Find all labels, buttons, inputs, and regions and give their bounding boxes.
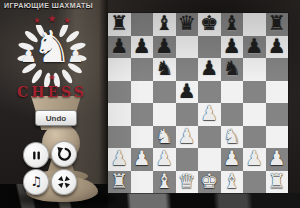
square-c4[interactable] xyxy=(153,103,176,126)
square-f5[interactable] xyxy=(221,81,244,104)
square-a1[interactable]: ♜ xyxy=(108,171,131,194)
piece-white-bishop[interactable]: ♝ xyxy=(223,171,241,191)
square-c7[interactable]: ♟ xyxy=(153,36,176,59)
square-e7[interactable] xyxy=(198,36,221,59)
piece-white-pawn[interactable]: ♟ xyxy=(200,103,218,123)
square-g6[interactable] xyxy=(243,58,266,81)
logo-brand-text: CHESS xyxy=(4,84,100,100)
piece-white-rook[interactable]: ♜ xyxy=(110,171,128,191)
fullscreen-button[interactable] xyxy=(51,169,77,195)
square-g2[interactable]: ♟ xyxy=(243,148,266,171)
piece-black-queen[interactable]: ♛ xyxy=(178,13,196,33)
piece-black-pawn[interactable]: ♟ xyxy=(223,36,241,56)
square-h6[interactable] xyxy=(266,58,289,81)
chess-logo: ★ ★ ★ ♞ ♟ ♟ ★ xyxy=(4,12,100,108)
square-c5[interactable] xyxy=(153,81,176,104)
piece-black-bishop[interactable]: ♝ xyxy=(155,13,173,33)
square-e2[interactable] xyxy=(198,148,221,171)
star-icon: ★ xyxy=(4,74,100,82)
piece-white-pawn[interactable]: ♟ xyxy=(110,148,128,168)
piece-white-pawn[interactable]: ♟ xyxy=(155,148,173,168)
square-b4[interactable] xyxy=(131,103,154,126)
square-b1[interactable] xyxy=(131,171,154,194)
square-f1[interactable]: ♝ xyxy=(221,171,244,194)
piece-white-pawn[interactable]: ♟ xyxy=(133,148,151,168)
restart-icon xyxy=(56,146,72,162)
square-h2[interactable]: ♟ xyxy=(266,148,289,171)
square-d3[interactable]: ♟ xyxy=(176,126,199,149)
piece-black-pawn[interactable]: ♟ xyxy=(155,36,173,56)
square-g3[interactable] xyxy=(243,126,266,149)
square-e5[interactable] xyxy=(198,81,221,104)
square-e4[interactable]: ♟ xyxy=(198,103,221,126)
piece-black-pawn[interactable]: ♟ xyxy=(178,81,196,101)
square-a5[interactable] xyxy=(108,81,131,104)
music-note-icon: ♫ xyxy=(30,175,42,188)
square-f2[interactable]: ♟ xyxy=(221,148,244,171)
square-g5[interactable] xyxy=(243,81,266,104)
piece-black-rook[interactable]: ♜ xyxy=(268,13,286,33)
square-f7[interactable]: ♟ xyxy=(221,36,244,59)
square-h4[interactable] xyxy=(266,103,289,126)
square-h1[interactable]: ♜ xyxy=(266,171,289,194)
square-c2[interactable]: ♟ xyxy=(153,148,176,171)
square-a7[interactable]: ♟ xyxy=(108,36,131,59)
square-h7[interactable]: ♟ xyxy=(266,36,289,59)
square-f8[interactable]: ♝ xyxy=(221,13,244,36)
piece-black-pawn[interactable]: ♟ xyxy=(245,36,263,56)
square-f3[interactable]: ♞ xyxy=(221,126,244,149)
square-c6[interactable]: ♞ xyxy=(153,58,176,81)
square-b3[interactable] xyxy=(131,126,154,149)
square-b6[interactable] xyxy=(131,58,154,81)
piece-white-rook[interactable]: ♜ xyxy=(268,171,286,191)
square-b8[interactable] xyxy=(131,13,154,36)
square-e8[interactable]: ♚ xyxy=(198,13,221,36)
logo-pawn-icon: ♟ xyxy=(67,46,84,65)
piece-white-knight[interactable]: ♞ xyxy=(223,126,241,146)
square-h3[interactable] xyxy=(266,126,289,149)
square-a6[interactable] xyxy=(108,58,131,81)
square-h8[interactable]: ♜ xyxy=(266,13,289,36)
square-e1[interactable]: ♚ xyxy=(198,171,221,194)
square-h5[interactable] xyxy=(266,81,289,104)
piece-black-pawn[interactable]: ♟ xyxy=(133,36,151,56)
square-g8[interactable] xyxy=(243,13,266,36)
square-a4[interactable] xyxy=(108,103,131,126)
piece-white-bishop[interactable]: ♝ xyxy=(155,171,173,191)
square-g1[interactable] xyxy=(243,171,266,194)
square-d7[interactable] xyxy=(176,36,199,59)
music-button[interactable]: ♫ xyxy=(23,169,49,195)
square-d2[interactable] xyxy=(176,148,199,171)
square-e6[interactable]: ♟ xyxy=(198,58,221,81)
piece-black-knight[interactable]: ♞ xyxy=(155,58,173,78)
app-window: ИГРАЮЩИЕ ШАХМАТЫ ★ ★ ★ xyxy=(0,0,300,208)
chess-board: ♜♝♛♚♝♜♟♟♟♟♟♟♞♟♞♟♟♞♟♞♟♟♟♟♟♟♜♝♛♚♝♜ xyxy=(108,13,288,193)
piece-black-rook[interactable]: ♜ xyxy=(110,13,128,33)
square-d5[interactable]: ♟ xyxy=(176,81,199,104)
piece-black-pawn[interactable]: ♟ xyxy=(268,36,286,56)
piece-black-pawn[interactable]: ♟ xyxy=(200,58,218,78)
restart-button[interactable] xyxy=(51,141,77,167)
piece-black-pawn[interactable]: ♟ xyxy=(110,36,128,56)
square-c1[interactable]: ♝ xyxy=(153,171,176,194)
app-title: ИГРАЮЩИЕ ШАХМАТЫ xyxy=(4,2,93,9)
square-f4[interactable] xyxy=(221,103,244,126)
square-g7[interactable]: ♟ xyxy=(243,36,266,59)
piece-white-queen[interactable]: ♛ xyxy=(178,171,196,191)
piece-black-knight[interactable]: ♞ xyxy=(223,58,241,78)
square-c8[interactable]: ♝ xyxy=(153,13,176,36)
piece-white-pawn[interactable]: ♟ xyxy=(223,148,241,168)
piece-black-king[interactable]: ♚ xyxy=(200,13,218,33)
square-g4[interactable] xyxy=(243,103,266,126)
piece-white-pawn[interactable]: ♟ xyxy=(245,148,263,168)
square-a2[interactable]: ♟ xyxy=(108,148,131,171)
fullscreen-icon xyxy=(56,174,72,190)
square-b2[interactable]: ♟ xyxy=(131,148,154,171)
square-f6[interactable]: ♞ xyxy=(221,58,244,81)
square-d1[interactable]: ♛ xyxy=(176,171,199,194)
square-b5[interactable] xyxy=(131,81,154,104)
undo-button[interactable]: Undo xyxy=(35,110,77,126)
piece-white-king[interactable]: ♚ xyxy=(200,171,218,191)
square-b7[interactable]: ♟ xyxy=(131,36,154,59)
square-d8[interactable]: ♛ xyxy=(176,13,199,36)
square-a8[interactable]: ♜ xyxy=(108,13,131,36)
floor-perspective-right xyxy=(108,193,300,208)
piece-white-pawn[interactable]: ♟ xyxy=(268,148,286,168)
logo-knight-icon: ♞ xyxy=(4,26,100,68)
square-e3[interactable] xyxy=(198,126,221,149)
square-a3[interactable] xyxy=(108,126,131,149)
square-d4[interactable] xyxy=(176,103,199,126)
pause-button[interactable] xyxy=(23,142,49,168)
pause-icon xyxy=(29,148,44,163)
piece-white-knight[interactable]: ♞ xyxy=(155,126,173,146)
square-d6[interactable] xyxy=(176,58,199,81)
piece-white-pawn[interactable]: ♟ xyxy=(178,126,196,146)
logo-pawn-icon: ♟ xyxy=(20,46,37,65)
piece-black-bishop[interactable]: ♝ xyxy=(223,13,241,33)
square-c3[interactable]: ♞ xyxy=(153,126,176,149)
